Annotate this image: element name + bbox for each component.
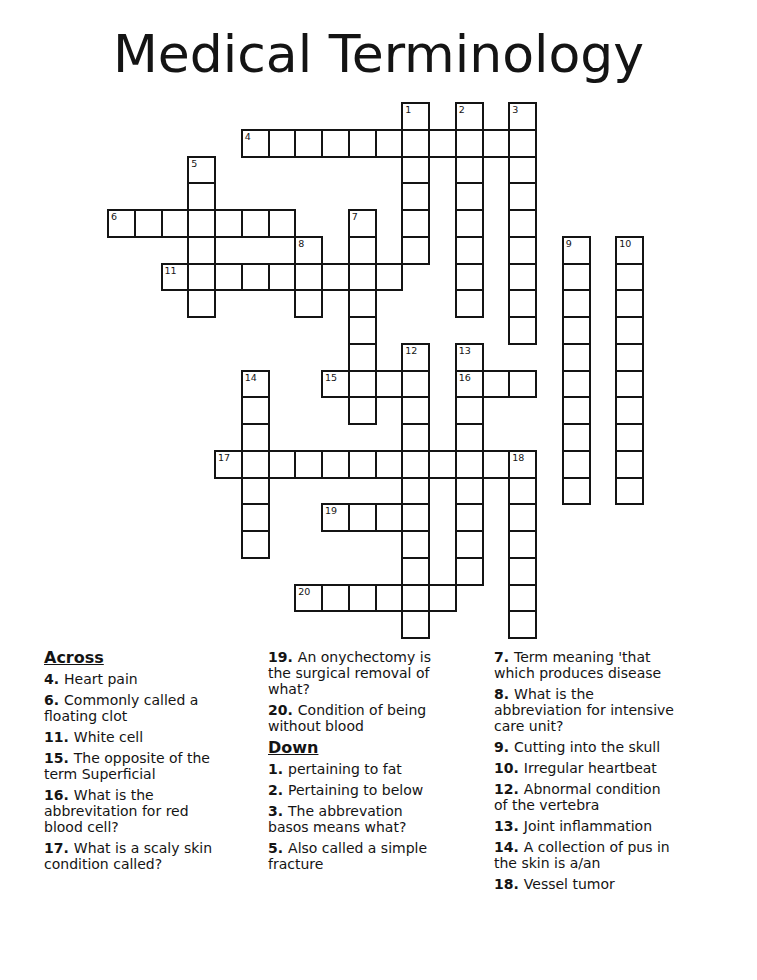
grid-cell[interactable]	[562, 316, 591, 345]
grid-cell[interactable]	[508, 557, 537, 586]
clue-14: 14.A collection of pus in the skin is a/…	[494, 839, 710, 871]
grid-cell[interactable]	[508, 477, 537, 506]
clue-number-label: 12	[403, 345, 428, 356]
grid-cell[interactable]	[294, 129, 323, 158]
clue-number-label: 11	[163, 265, 188, 276]
clue-number-label: 6	[109, 211, 134, 222]
clue-number-label: 9	[564, 238, 589, 249]
clue-number: 20.	[268, 702, 293, 718]
grid-cell[interactable]	[401, 129, 430, 158]
grid-cell[interactable]	[562, 343, 591, 372]
grid-cell[interactable]	[428, 129, 457, 158]
grid-cell[interactable]	[615, 423, 644, 452]
grid-cell-15[interactable]: 15	[321, 370, 350, 399]
clue-number: 13.	[494, 818, 519, 834]
clue-number-label: 18	[510, 452, 535, 463]
grid-cell[interactable]	[455, 263, 484, 292]
clue-number-label: 4	[243, 131, 268, 142]
clue-number-label: 15	[323, 372, 348, 383]
clue-text: Joint inflammation	[524, 818, 652, 834]
clue-number: 9.	[494, 739, 509, 755]
clue-2: 2.Pertaining to below	[268, 782, 468, 798]
grid-cell[interactable]	[562, 423, 591, 452]
grid-cell-12[interactable]: 12	[401, 343, 430, 372]
page-title: Medical Terminology	[0, 24, 757, 84]
grid-cell[interactable]	[508, 129, 537, 158]
grid-cell[interactable]	[321, 584, 350, 613]
grid-cell-11[interactable]: 11	[161, 263, 190, 292]
grid-cell[interactable]	[348, 503, 377, 532]
clue-number: 7.	[494, 649, 509, 665]
clue-number-label: 17	[216, 452, 241, 463]
grid-cell[interactable]	[508, 156, 537, 185]
clue-number: 3.	[268, 803, 283, 819]
crossword-page: Medical Terminology 12345678910111213141…	[0, 0, 757, 980]
clue-number-label: 20	[296, 586, 321, 597]
grid-cell[interactable]	[321, 450, 350, 479]
clue-text: Commonly called a floating clot	[44, 692, 198, 724]
clue-column-middle: 19.An onychectomy is the surgical remova…	[268, 649, 468, 877]
grid-cell[interactable]	[294, 450, 323, 479]
clue-9: 9.Cutting into the skull	[494, 739, 710, 755]
clue-text: Term meaning 'that which produces diseas…	[494, 649, 661, 681]
clue-18: 18.Vessel tumor	[494, 876, 710, 892]
clue-number: 1.	[268, 761, 283, 777]
grid-cell-3[interactable]: 3	[508, 102, 537, 131]
grid-cell[interactable]	[214, 263, 243, 292]
grid-cell-4[interactable]: 4	[241, 129, 270, 158]
grid-cell[interactable]	[348, 316, 377, 345]
clue-number: 11.	[44, 729, 69, 745]
clue-number-label: 5	[189, 158, 214, 169]
grid-cell-1[interactable]: 1	[401, 102, 430, 131]
grid-cell-10[interactable]: 10	[615, 236, 644, 265]
clue-number-label: 13	[457, 345, 482, 356]
grid-cell[interactable]	[321, 129, 350, 158]
grid-cell[interactable]	[562, 477, 591, 506]
grid-cell-17[interactable]: 17	[214, 450, 243, 479]
grid-cell[interactable]	[187, 182, 216, 211]
grid-cell[interactable]	[562, 396, 591, 425]
grid-cell[interactable]	[294, 289, 323, 318]
grid-cell[interactable]	[268, 129, 297, 158]
grid-cell[interactable]	[615, 316, 644, 345]
grid-cell-8[interactable]: 8	[294, 236, 323, 265]
grid-cell[interactable]	[348, 584, 377, 613]
clue-number-label: 3	[510, 104, 535, 115]
grid-cell[interactable]	[348, 450, 377, 479]
grid-cell[interactable]	[401, 530, 430, 559]
grid-cell[interactable]	[348, 289, 377, 318]
clue-8: 8.What is the abbreviation for intensive…	[494, 686, 710, 734]
grid-cell[interactable]	[562, 370, 591, 399]
clue-number: 18.	[494, 876, 519, 892]
grid-cell[interactable]	[455, 530, 484, 559]
clues-down-heading: Down	[268, 739, 468, 756]
grid-cell[interactable]	[321, 263, 350, 292]
clue-text: What is the abbreviation for intensive c…	[494, 686, 674, 734]
grid-cell[interactable]	[375, 503, 404, 532]
grid-cell[interactable]	[348, 236, 377, 265]
grid-cell[interactable]	[214, 209, 243, 238]
clue-4: 4.Heart pain	[44, 671, 254, 687]
clue-column-across: Across4.Heart pain6.Commonly called a fl…	[44, 649, 254, 877]
clue-15: 15.The opposite of the term Superficial	[44, 750, 254, 782]
grid-cell[interactable]	[455, 477, 484, 506]
clue-number-label: 7	[350, 211, 375, 222]
grid-cell[interactable]	[375, 263, 404, 292]
grid-cell[interactable]	[161, 209, 190, 238]
grid-cell[interactable]	[268, 209, 297, 238]
grid-cell[interactable]	[455, 503, 484, 532]
grid-cell-16[interactable]: 16	[455, 370, 484, 399]
clue-12: 12.Abnormal condition of the vertebra	[494, 781, 710, 813]
clue-16: 16.What is the abbrevitation for red blo…	[44, 787, 254, 835]
clue-5: 5.Also called a simple fracture	[268, 840, 468, 872]
grid-cell[interactable]	[455, 289, 484, 318]
grid-cell[interactable]	[482, 450, 511, 479]
clue-number-label: 16	[457, 372, 482, 383]
grid-cell[interactable]	[187, 263, 216, 292]
grid-cell[interactable]	[187, 209, 216, 238]
grid-cell[interactable]	[508, 289, 537, 318]
grid-cell[interactable]	[455, 182, 484, 211]
grid-cell[interactable]	[615, 396, 644, 425]
clue-number: 10.	[494, 760, 519, 776]
grid-cell[interactable]	[187, 289, 216, 318]
grid-cell[interactable]	[268, 450, 297, 479]
grid-cell[interactable]	[615, 289, 644, 318]
grid-cell[interactable]	[401, 182, 430, 211]
clue-3: 3.The abbrevation basos means what?	[268, 803, 468, 835]
grid-cell[interactable]	[615, 343, 644, 372]
grid-cell[interactable]	[401, 156, 430, 185]
clue-number: 14.	[494, 839, 519, 855]
clue-text: The abbrevation basos means what?	[268, 803, 406, 835]
grid-cell[interactable]	[428, 584, 457, 613]
grid-cell-18[interactable]: 18	[508, 450, 537, 479]
clue-text: White cell	[74, 729, 143, 745]
grid-cell[interactable]	[268, 263, 297, 292]
grid-cell[interactable]	[455, 129, 484, 158]
clue-number: 6.	[44, 692, 59, 708]
clue-number: 12.	[494, 781, 519, 797]
grid-cell[interactable]	[508, 263, 537, 292]
grid-cell[interactable]	[401, 557, 430, 586]
grid-cell[interactable]	[508, 370, 537, 399]
clue-17: 17.What is a scaly skin condition called…	[44, 840, 254, 872]
grid-cell[interactable]	[348, 343, 377, 372]
clue-number: 19.	[268, 649, 293, 665]
grid-cell[interactable]	[508, 209, 537, 238]
grid-cell-9[interactable]: 9	[562, 236, 591, 265]
clue-number: 17.	[44, 840, 69, 856]
clue-number-label: 10	[617, 238, 642, 249]
grid-cell[interactable]	[401, 209, 430, 238]
clue-text: pertaining to fat	[288, 761, 402, 777]
grid-cell[interactable]	[562, 450, 591, 479]
clue-text: Heart pain	[64, 671, 138, 687]
grid-cell-5[interactable]: 5	[187, 156, 216, 185]
clue-19: 19.An onychectomy is the surgical remova…	[268, 649, 468, 697]
grid-cell[interactable]	[375, 584, 404, 613]
grid-cell[interactable]	[401, 450, 430, 479]
grid-cell[interactable]	[375, 370, 404, 399]
clue-text: Pertaining to below	[288, 782, 423, 798]
grid-cell[interactable]	[241, 503, 270, 532]
grid-cell[interactable]	[134, 209, 163, 238]
grid-cell[interactable]	[508, 503, 537, 532]
grid-cell[interactable]	[241, 263, 270, 292]
clue-number: 16.	[44, 787, 69, 803]
grid-cell[interactable]	[401, 477, 430, 506]
clue-number-label: 8	[296, 238, 321, 249]
grid-cell[interactable]	[348, 129, 377, 158]
clue-1: 1.pertaining to fat	[268, 761, 468, 777]
grid-cell-14[interactable]: 14	[241, 370, 270, 399]
grid-cell[interactable]	[348, 396, 377, 425]
grid-cell[interactable]	[187, 236, 216, 265]
grid-cell[interactable]	[241, 477, 270, 506]
grid-cell-2[interactable]: 2	[455, 102, 484, 131]
grid-cell[interactable]	[508, 530, 537, 559]
grid-cell[interactable]	[241, 423, 270, 452]
crossword-board: 1234567891011121314151617181920	[107, 102, 644, 639]
clue-text: A collection of pus in the skin is a/an	[494, 839, 670, 871]
grid-cell[interactable]	[455, 557, 484, 586]
grid-cell-13[interactable]: 13	[455, 343, 484, 372]
grid-cell[interactable]	[455, 209, 484, 238]
clue-number: 2.	[268, 782, 283, 798]
grid-cell[interactable]	[401, 396, 430, 425]
clue-text: Irregular heartbeat	[524, 760, 657, 776]
clue-13: 13.Joint inflammation	[494, 818, 710, 834]
clue-text: Also called a simple fracture	[268, 840, 427, 872]
grid-cell-19[interactable]: 19	[321, 503, 350, 532]
grid-cell[interactable]	[401, 584, 430, 613]
grid-cell[interactable]	[241, 396, 270, 425]
grid-cell[interactable]	[401, 236, 430, 265]
clue-number-label: 2	[457, 104, 482, 115]
grid-cell[interactable]	[482, 370, 511, 399]
grid-cell[interactable]	[615, 477, 644, 506]
grid-cell[interactable]	[562, 263, 591, 292]
grid-cell[interactable]	[615, 263, 644, 292]
grid-cell[interactable]	[241, 530, 270, 559]
grid-cell[interactable]	[508, 316, 537, 345]
grid-cell[interactable]	[375, 450, 404, 479]
grid-cell[interactable]	[615, 370, 644, 399]
clue-text: Cutting into the skull	[514, 739, 660, 755]
grid-cell-7[interactable]: 7	[348, 209, 377, 238]
clue-6: 6.Commonly called a floating clot	[44, 692, 254, 724]
grid-cell[interactable]	[455, 156, 484, 185]
grid-cell[interactable]	[401, 370, 430, 399]
clue-number-label: 19	[323, 505, 348, 516]
grid-cell[interactable]	[401, 503, 430, 532]
clue-10: 10.Irregular heartbeat	[494, 760, 710, 776]
grid-cell-6[interactable]: 6	[107, 209, 136, 238]
grid-cell[interactable]	[482, 129, 511, 158]
clue-7: 7.Term meaning 'that which produces dise…	[494, 649, 710, 681]
clue-11: 11.White cell	[44, 729, 254, 745]
grid-cell[interactable]	[241, 450, 270, 479]
clue-number: 15.	[44, 750, 69, 766]
clue-column-down: 7.Term meaning 'that which produces dise…	[494, 649, 710, 897]
clues-across-heading: Across	[44, 649, 254, 666]
clue-number: 5.	[268, 840, 283, 856]
grid-cell[interactable]	[401, 610, 430, 639]
grid-cell[interactable]	[508, 236, 537, 265]
grid-cell[interactable]	[508, 610, 537, 639]
grid-cell[interactable]	[428, 450, 457, 479]
grid-cell[interactable]	[455, 396, 484, 425]
grid-cell[interactable]	[508, 584, 537, 613]
grid-cell[interactable]	[455, 423, 484, 452]
grid-cell[interactable]	[508, 182, 537, 211]
grid-cell[interactable]	[348, 370, 377, 399]
grid-cell[interactable]	[375, 129, 404, 158]
grid-cell[interactable]	[615, 450, 644, 479]
grid-cell[interactable]	[348, 263, 377, 292]
grid-cell[interactable]	[455, 450, 484, 479]
clue-number: 8.	[494, 686, 509, 702]
grid-cell[interactable]	[562, 289, 591, 318]
clue-20: 20.Condition of being without blood	[268, 702, 468, 734]
clue-text: What is a scaly skin condition called?	[44, 840, 212, 872]
grid-cell[interactable]	[294, 263, 323, 292]
clue-number: 4.	[44, 671, 59, 687]
clue-text: Vessel tumor	[524, 876, 615, 892]
grid-cell[interactable]	[241, 209, 270, 238]
grid-cell-20[interactable]: 20	[294, 584, 323, 613]
clue-number-label: 1	[403, 104, 428, 115]
clue-number-label: 14	[243, 372, 268, 383]
grid-cell[interactable]	[455, 236, 484, 265]
grid-cell[interactable]	[401, 423, 430, 452]
